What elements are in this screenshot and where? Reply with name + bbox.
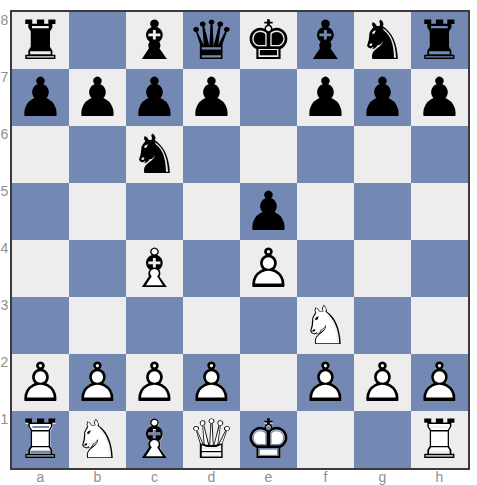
black-bishop[interactable]: ♝: [297, 12, 354, 69]
white-pawn[interactable]: ♟♙: [12, 354, 69, 411]
square-f6[interactable]: [297, 126, 354, 183]
piece-glyph: ♞: [126, 126, 183, 183]
square-g7[interactable]: ♟: [354, 69, 411, 126]
piece-glyph: ♜: [411, 12, 468, 69]
piece-glyph: ♟: [411, 69, 468, 126]
piece-outline: ♘: [297, 297, 354, 354]
piece-outline: ♕: [183, 411, 240, 468]
square-f2[interactable]: ♟♙: [297, 354, 354, 411]
square-c4[interactable]: ♝♗: [126, 240, 183, 297]
white-rook[interactable]: ♜♖: [411, 411, 468, 468]
rank-label-2: 2: [0, 354, 9, 411]
piece-outline: ♙: [240, 240, 297, 297]
square-f1[interactable]: [297, 411, 354, 468]
square-b7[interactable]: ♟: [69, 69, 126, 126]
square-h4[interactable]: [411, 240, 468, 297]
square-b5[interactable]: [69, 183, 126, 240]
piece-glyph: ♟: [12, 69, 69, 126]
square-d6[interactable]: [183, 126, 240, 183]
piece-outline: ♗: [126, 411, 183, 468]
black-rook[interactable]: ♜: [12, 12, 69, 69]
black-pawn[interactable]: ♟: [411, 69, 468, 126]
black-pawn[interactable]: ♟: [12, 69, 69, 126]
square-g3[interactable]: [354, 297, 411, 354]
piece-outline: ♙: [183, 354, 240, 411]
file-label-b: b: [69, 469, 126, 485]
white-pawn[interactable]: ♟♙: [69, 354, 126, 411]
file-label-d: d: [183, 469, 240, 485]
piece-glyph: ♚: [240, 12, 297, 69]
black-bishop[interactable]: ♝: [126, 12, 183, 69]
square-g6[interactable]: [354, 126, 411, 183]
piece-glyph: ♟: [297, 69, 354, 126]
square-f7[interactable]: ♟: [297, 69, 354, 126]
piece-glyph: ♛: [183, 12, 240, 69]
white-pawn[interactable]: ♟♙: [354, 354, 411, 411]
square-e3[interactable]: [240, 297, 297, 354]
square-h6[interactable]: [411, 126, 468, 183]
piece-outline: ♘: [69, 411, 126, 468]
file-label-g: g: [354, 469, 411, 485]
black-rook[interactable]: ♜: [411, 12, 468, 69]
square-c7[interactable]: ♟: [126, 69, 183, 126]
piece-glyph: ♟: [240, 183, 297, 240]
square-g4[interactable]: [354, 240, 411, 297]
white-king[interactable]: ♚♔: [240, 411, 297, 468]
white-pawn[interactable]: ♟♙: [183, 354, 240, 411]
piece-outline: ♙: [354, 354, 411, 411]
chess-diagram: 87654321 ♜♝♛♚♝♞♜♟♟♟♟♟♟♟♞♟♝♗♟♙♞♘♟♙♟♙♟♙♟♙♟…: [0, 0, 477, 485]
square-f4[interactable]: [297, 240, 354, 297]
file-labels: abcdefgh: [12, 469, 468, 485]
piece-outline: ♙: [69, 354, 126, 411]
piece-outline: ♙: [12, 354, 69, 411]
square-d3[interactable]: [183, 297, 240, 354]
piece-glyph: ♟: [354, 69, 411, 126]
square-a5[interactable]: [12, 183, 69, 240]
white-bishop[interactable]: ♝♗: [126, 411, 183, 468]
rank-label-6: 6: [0, 126, 9, 183]
square-e7[interactable]: [240, 69, 297, 126]
square-h1[interactable]: ♜♖: [411, 411, 468, 468]
square-g1[interactable]: [354, 411, 411, 468]
piece-outline: ♔: [240, 411, 297, 468]
file-label-h: h: [411, 469, 468, 485]
rank-label-4: 4: [0, 240, 9, 297]
square-h5[interactable]: [411, 183, 468, 240]
piece-glyph: ♞: [354, 12, 411, 69]
square-g8[interactable]: ♞: [354, 12, 411, 69]
square-h3[interactable]: [411, 297, 468, 354]
black-queen[interactable]: ♛: [183, 12, 240, 69]
white-pawn[interactable]: ♟♙: [411, 354, 468, 411]
piece-glyph: ♟: [69, 69, 126, 126]
white-pawn[interactable]: ♟♙: [126, 354, 183, 411]
square-e8[interactable]: ♚: [240, 12, 297, 69]
square-b6[interactable]: [69, 126, 126, 183]
white-rook[interactable]: ♜♖: [12, 411, 69, 468]
square-e1[interactable]: ♚♔: [240, 411, 297, 468]
black-knight[interactable]: ♞: [354, 12, 411, 69]
black-king[interactable]: ♚: [240, 12, 297, 69]
square-d8[interactable]: ♛: [183, 12, 240, 69]
square-b1[interactable]: ♞♘: [69, 411, 126, 468]
square-c3[interactable]: [126, 297, 183, 354]
rank-label-5: 5: [0, 183, 9, 240]
square-c5[interactable]: [126, 183, 183, 240]
file-label-f: f: [297, 469, 354, 485]
rank-label-7: 7: [0, 69, 9, 126]
black-pawn[interactable]: ♟: [354, 69, 411, 126]
square-a8[interactable]: ♜: [12, 12, 69, 69]
white-pawn[interactable]: ♟♙: [297, 354, 354, 411]
square-c6[interactable]: ♞: [126, 126, 183, 183]
square-e6[interactable]: [240, 126, 297, 183]
black-pawn[interactable]: ♟: [240, 183, 297, 240]
file-label-c: c: [126, 469, 183, 485]
black-pawn[interactable]: ♟: [69, 69, 126, 126]
square-e5[interactable]: ♟: [240, 183, 297, 240]
piece-glyph: ♝: [297, 12, 354, 69]
square-f8[interactable]: ♝: [297, 12, 354, 69]
white-queen[interactable]: ♛♕: [183, 411, 240, 468]
chess-board: ♜♝♛♚♝♞♜♟♟♟♟♟♟♟♞♟♝♗♟♙♞♘♟♙♟♙♟♙♟♙♟♙♟♙♟♙♜♖♞♘…: [10, 10, 470, 470]
square-g2[interactable]: ♟♙: [354, 354, 411, 411]
piece-glyph: ♜: [12, 12, 69, 69]
white-bishop[interactable]: ♝♗: [126, 240, 183, 297]
square-d7[interactable]: ♟: [183, 69, 240, 126]
square-b3[interactable]: [69, 297, 126, 354]
piece-outline: ♗: [126, 240, 183, 297]
square-g5[interactable]: [354, 183, 411, 240]
square-d4[interactable]: [183, 240, 240, 297]
square-e2[interactable]: [240, 354, 297, 411]
square-a3[interactable]: [12, 297, 69, 354]
rank-label-3: 3: [0, 297, 9, 354]
rank-labels: 87654321: [0, 12, 9, 468]
piece-glyph: ♟: [183, 69, 240, 126]
black-knight[interactable]: ♞: [126, 126, 183, 183]
square-a6[interactable]: [12, 126, 69, 183]
file-label-a: a: [12, 469, 69, 485]
rank-label-8: 8: [0, 12, 9, 69]
square-c1[interactable]: ♝♗: [126, 411, 183, 468]
square-b2[interactable]: ♟♙: [69, 354, 126, 411]
black-pawn[interactable]: ♟: [183, 69, 240, 126]
square-b4[interactable]: [69, 240, 126, 297]
piece-glyph: ♟: [126, 69, 183, 126]
square-f3[interactable]: ♞♘: [297, 297, 354, 354]
square-c2[interactable]: ♟♙: [126, 354, 183, 411]
square-h2[interactable]: ♟♙: [411, 354, 468, 411]
square-h7[interactable]: ♟: [411, 69, 468, 126]
black-pawn[interactable]: ♟: [297, 69, 354, 126]
piece-glyph: ♝: [126, 12, 183, 69]
square-d1[interactable]: ♛♕: [183, 411, 240, 468]
square-a4[interactable]: [12, 240, 69, 297]
square-e4[interactable]: ♟♙: [240, 240, 297, 297]
square-d5[interactable]: [183, 183, 240, 240]
white-pawn[interactable]: ♟♙: [240, 240, 297, 297]
piece-outline: ♙: [411, 354, 468, 411]
square-a1[interactable]: ♜♖: [12, 411, 69, 468]
piece-outline: ♙: [297, 354, 354, 411]
piece-outline: ♙: [126, 354, 183, 411]
file-label-e: e: [240, 469, 297, 485]
rank-label-1: 1: [0, 411, 9, 468]
piece-outline: ♖: [411, 411, 468, 468]
square-a2[interactable]: ♟♙: [12, 354, 69, 411]
square-f5[interactable]: [297, 183, 354, 240]
square-b8[interactable]: [69, 12, 126, 69]
black-pawn[interactable]: ♟: [126, 69, 183, 126]
piece-outline: ♖: [12, 411, 69, 468]
white-knight[interactable]: ♞♘: [297, 297, 354, 354]
square-c8[interactable]: ♝: [126, 12, 183, 69]
square-d2[interactable]: ♟♙: [183, 354, 240, 411]
square-a7[interactable]: ♟: [12, 69, 69, 126]
square-h8[interactable]: ♜: [411, 12, 468, 69]
white-knight[interactable]: ♞♘: [69, 411, 126, 468]
